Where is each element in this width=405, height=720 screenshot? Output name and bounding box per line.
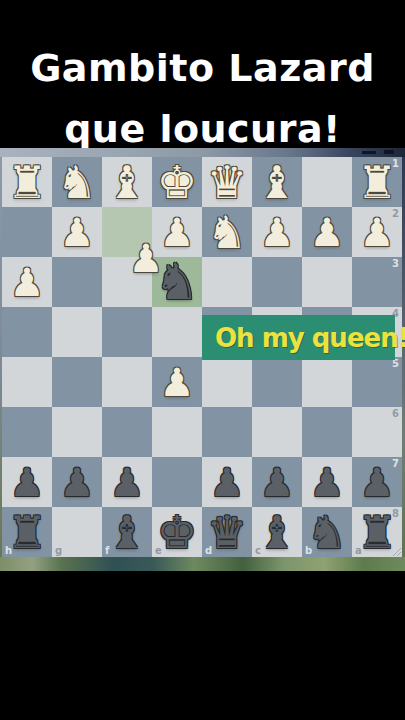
white-bishop[interactable]: ♝ (257, 160, 297, 205)
square-a1[interactable]: ♜1 (352, 157, 402, 207)
square-a6[interactable]: 6 (352, 407, 402, 457)
rank-label-1: 1 (392, 158, 399, 169)
white-bishop[interactable]: ♝ (107, 160, 147, 205)
square-a2[interactable]: ♟2 (352, 207, 402, 257)
rank-label-2: 2 (392, 208, 399, 219)
square-b8[interactable]: ♞b (302, 507, 352, 557)
white-king[interactable]: ♚ (157, 160, 197, 205)
square-b5[interactable] (302, 357, 352, 407)
white-pawn[interactable]: ♟ (60, 213, 95, 252)
black-pawn[interactable]: ♟ (260, 463, 295, 502)
square-d1[interactable]: ♛ (202, 157, 252, 207)
square-c7[interactable]: ♟ (252, 457, 302, 507)
file-label-b: b (305, 545, 312, 556)
square-f5[interactable] (102, 357, 152, 407)
black-rook[interactable]: ♜ (7, 510, 47, 555)
square-f6[interactable] (102, 407, 152, 457)
white-pawn[interactable]: ♟ (260, 213, 295, 252)
white-pawn[interactable]: ♟ (160, 363, 195, 402)
chess-board-area: ♜♞♝♚♛♝♜1♟♟♞♟♟♟2♟♞34♟56♟♟♟♟♟♟♟7♜hg♝f♚e♛d♝… (0, 157, 405, 557)
white-rook[interactable]: ♜ (7, 160, 47, 205)
square-e8[interactable]: ♚e (152, 507, 202, 557)
white-pawn-glyph: ♟ (129, 239, 164, 278)
black-king[interactable]: ♚ (157, 510, 197, 555)
square-h1[interactable]: ♜ (2, 157, 52, 207)
square-g2[interactable]: ♟ (52, 207, 102, 257)
square-f7[interactable]: ♟ (102, 457, 152, 507)
white-pawn[interactable]: ♟ (360, 213, 395, 252)
square-e7[interactable] (152, 457, 202, 507)
white-pawn-moving[interactable]: ♟ (121, 233, 171, 283)
square-c2[interactable]: ♟ (252, 207, 302, 257)
file-label-d: d (205, 545, 212, 556)
rank-label-8: 8 (392, 508, 399, 519)
white-pawn[interactable]: ♟ (310, 213, 345, 252)
rank-label-7: 7 (392, 458, 399, 469)
square-h7[interactable]: ♟ (2, 457, 52, 507)
square-g4[interactable] (52, 307, 102, 357)
white-knight[interactable]: ♞ (57, 160, 97, 205)
square-b2[interactable]: ♟ (302, 207, 352, 257)
square-f4[interactable] (102, 307, 152, 357)
square-e6[interactable] (152, 407, 202, 457)
square-f1[interactable]: ♝ (102, 157, 152, 207)
square-h8[interactable]: ♜h (2, 507, 52, 557)
square-d6[interactable] (202, 407, 252, 457)
square-e5[interactable]: ♟ (152, 357, 202, 407)
file-label-h: h (5, 545, 12, 556)
square-a8[interactable]: ♜8a (352, 507, 402, 557)
square-a7[interactable]: ♟7 (352, 457, 402, 507)
caption-banner: Oh my queen!!! (202, 315, 395, 360)
square-d5[interactable] (202, 357, 252, 407)
black-pawn[interactable]: ♟ (210, 463, 245, 502)
video-artifact-dash (384, 150, 394, 154)
rank-label-3: 3 (392, 258, 399, 269)
black-pawn[interactable]: ♟ (110, 463, 145, 502)
file-label-f: f (105, 545, 109, 556)
file-label-e: e (155, 545, 162, 556)
black-bishop[interactable]: ♝ (257, 510, 297, 555)
square-g7[interactable]: ♟ (52, 457, 102, 507)
video-title-line1: Gambito Lazard (0, 38, 405, 99)
square-e1[interactable]: ♚ (152, 157, 202, 207)
square-a5[interactable]: 5 (352, 357, 402, 407)
file-label-c: c (255, 545, 261, 556)
square-g5[interactable] (52, 357, 102, 407)
white-pawn[interactable]: ♟ (10, 263, 45, 302)
square-b1[interactable] (302, 157, 352, 207)
square-g1[interactable]: ♞ (52, 157, 102, 207)
black-knight[interactable]: ♞ (307, 510, 347, 555)
square-h4[interactable] (2, 307, 52, 357)
square-c5[interactable] (252, 357, 302, 407)
black-bishop[interactable]: ♝ (107, 510, 147, 555)
square-g3[interactable] (52, 257, 102, 307)
black-queen[interactable]: ♛ (207, 510, 247, 555)
rank-label-6: 6 (392, 408, 399, 419)
file-label-a: a (355, 545, 362, 556)
square-c6[interactable] (252, 407, 302, 457)
file-label-g: g (55, 545, 62, 556)
square-c3[interactable] (252, 257, 302, 307)
white-queen[interactable]: ♛ (207, 160, 247, 205)
background-video-strip-bottom (0, 557, 405, 571)
square-e4[interactable] (152, 307, 202, 357)
square-h3[interactable]: ♟ (2, 257, 52, 307)
white-knight[interactable]: ♞ (207, 210, 247, 255)
square-d8[interactable]: ♛d (202, 507, 252, 557)
square-d2[interactable]: ♞ (202, 207, 252, 257)
square-a3[interactable]: 3 (352, 257, 402, 307)
square-f8[interactable]: ♝f (102, 507, 152, 557)
square-h5[interactable] (2, 357, 52, 407)
square-h6[interactable] (2, 407, 52, 457)
square-d3[interactable] (202, 257, 252, 307)
black-pawn[interactable]: ♟ (10, 463, 45, 502)
square-h2[interactable] (2, 207, 52, 257)
square-c8[interactable]: ♝c (252, 507, 302, 557)
video-title-band: Gambito Lazard que loucura! (0, 0, 405, 148)
square-g6[interactable] (52, 407, 102, 457)
square-b3[interactable] (302, 257, 352, 307)
black-pawn[interactable]: ♟ (310, 463, 345, 502)
square-c1[interactable]: ♝ (252, 157, 302, 207)
video-artifact-dash (362, 151, 376, 154)
black-pawn[interactable]: ♟ (360, 463, 395, 502)
square-g8[interactable]: g (52, 507, 102, 557)
black-pawn[interactable]: ♟ (60, 463, 95, 502)
square-d7[interactable]: ♟ (202, 457, 252, 507)
square-b7[interactable]: ♟ (302, 457, 352, 507)
square-b6[interactable] (302, 407, 352, 457)
bottom-black-band (0, 571, 405, 720)
